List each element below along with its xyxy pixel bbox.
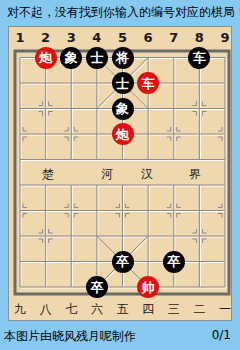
- file-label-5: 5: [111, 30, 135, 45]
- piece-red-炮: 炮: [112, 123, 134, 145]
- file-label-6: 6: [136, 30, 160, 45]
- file-label-2: 2: [34, 30, 58, 45]
- piece-red-炮: 炮: [35, 47, 57, 69]
- pieces-layer: 炮象士将车士车象炮卒卒卒帅: [7, 45, 238, 300]
- rank-label-7: 七: [59, 301, 83, 318]
- piece-red-帅: 帅: [137, 276, 159, 298]
- app-window: 对不起，没有找到你输入的编号对应的棋局！ 123456789 楚河汉界炮象士将车…: [0, 0, 240, 350]
- error-message: 对不起，没有找到你输入的编号对应的棋局！: [7, 5, 239, 19]
- rank-label-1: 一: [213, 301, 237, 318]
- status-bar: 本图片由晓风残月呢制作 0/1: [0, 322, 240, 350]
- piece-black-车: 车: [188, 47, 210, 69]
- rank-label-4: 四: [136, 301, 160, 318]
- piece-black-卒: 卒: [86, 276, 108, 298]
- board-panel: 123456789 楚河汉界炮象士将车士车象炮卒卒卒帅 九八七六五四三二一: [8, 26, 232, 321]
- piece-black-象: 象: [60, 47, 82, 69]
- rank-label-6: 六: [85, 301, 109, 318]
- piece-black-将: 将: [112, 47, 134, 69]
- file-label-1: 1: [8, 30, 32, 45]
- piece-black-卒: 卒: [163, 251, 185, 273]
- file-label-7: 7: [162, 30, 186, 45]
- file-label-9: 9: [213, 30, 237, 45]
- rank-label-5: 五: [111, 301, 135, 318]
- page-counter: 0/1: [212, 328, 231, 342]
- piece-black-士: 士: [112, 72, 134, 94]
- credit-text: 本图片由晓风残月呢制作: [4, 328, 136, 345]
- piece-red-车: 车: [137, 72, 159, 94]
- piece-black-象: 象: [112, 98, 134, 120]
- file-label-4: 4: [85, 30, 109, 45]
- rank-label-3: 三: [162, 301, 186, 318]
- file-label-8: 8: [187, 30, 211, 45]
- file-label-3: 3: [59, 30, 83, 45]
- piece-black-士: 士: [86, 47, 108, 69]
- board-field: 楚河汉界炮象士将车士车象炮卒卒卒帅: [13, 49, 231, 296]
- rank-label-9: 九: [8, 301, 32, 318]
- piece-black-卒: 卒: [112, 251, 134, 273]
- rank-label-8: 八: [34, 301, 58, 318]
- rank-label-2: 二: [187, 301, 211, 318]
